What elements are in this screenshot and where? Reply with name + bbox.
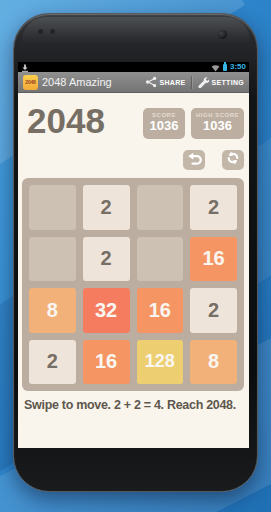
tile-128-r4c3: 128 <box>137 340 184 385</box>
tile-2-r1c2: 2 <box>83 185 130 230</box>
tile-2-r2c2: 2 <box>83 237 130 282</box>
wifi-icon <box>211 62 220 76</box>
action-bar: 2048 2048 Amazing SHARE SETTING <box>18 72 249 93</box>
wrench-icon <box>197 76 209 89</box>
action-bar-divider <box>191 76 192 89</box>
empty-cell-r1c1 <box>29 185 76 230</box>
tile-16-r3c3: 16 <box>137 288 184 333</box>
board[interactable]: 222168321622161288 <box>22 178 244 391</box>
status-bar: 3:50 <box>18 62 249 72</box>
tile-32-r3c2: 32 <box>83 288 130 333</box>
tile-2-r4c1: 2 <box>29 340 76 385</box>
tile-16-r2c4: 16 <box>190 237 237 282</box>
tile-2-r1c4: 2 <box>190 185 237 230</box>
tile-8-r3c1: 8 <box>29 288 76 333</box>
tile-16-r4c2: 16 <box>83 340 130 385</box>
screen: 3:50 2048 2048 Amazing SHARE <box>18 62 249 448</box>
wallpaper: 3:50 2048 2048 Amazing SHARE <box>0 0 271 512</box>
game-title: 2048 <box>27 103 105 138</box>
proximity-sensor <box>38 29 43 34</box>
restart-button[interactable] <box>222 150 244 170</box>
proximity-sensor <box>50 29 55 34</box>
download-icon <box>21 62 29 76</box>
high-score-box: HIGH SCORE 1036 <box>191 108 244 139</box>
share-button[interactable]: SHARE <box>145 76 186 89</box>
share-icon <box>145 76 157 89</box>
scores: SCORE 1036 HIGH SCORE 1036 <box>143 108 244 139</box>
game-content: 2048 SCORE 1036 HIGH SCORE 1036 <box>18 93 249 448</box>
score-box: SCORE 1036 <box>143 108 185 139</box>
clock: 3:50 <box>230 62 246 72</box>
front-camera <box>218 30 227 39</box>
empty-cell-r2c1 <box>29 237 76 282</box>
empty-cell-r2c3 <box>137 237 184 282</box>
empty-cell-r1c3 <box>137 185 184 230</box>
share-label: SHARE <box>160 79 186 86</box>
app-title: 2048 Amazing <box>42 76 112 88</box>
tile-2-r3c4: 2 <box>190 288 237 333</box>
refresh-icon <box>226 151 240 169</box>
app-icon: 2048 <box>23 75 38 90</box>
tile-8-r4c4: 8 <box>190 340 237 385</box>
setting-label: SETTING <box>212 79 244 86</box>
controls <box>183 150 244 170</box>
phone-frame: 3:50 2048 2048 Amazing SHARE <box>13 13 258 492</box>
battery-icon <box>223 64 227 71</box>
undo-icon <box>187 151 202 169</box>
bezel-gloss <box>22 17 250 57</box>
setting-button[interactable]: SETTING <box>197 76 244 89</box>
instruction-text: Swipe to move. 2 + 2 = 4. Reach 2048. <box>24 398 236 412</box>
undo-button[interactable] <box>183 150 205 170</box>
score-value: 1036 <box>148 118 180 133</box>
high-score-value: 1036 <box>196 118 239 133</box>
